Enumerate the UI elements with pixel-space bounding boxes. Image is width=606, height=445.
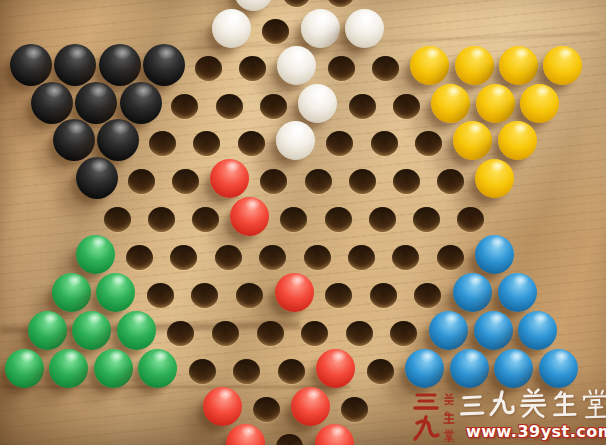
watermark-url: www.39yst.com [466,422,606,441]
marble-blue[interactable] [494,349,533,388]
board-hole[interactable] [346,321,373,346]
marble-white[interactable] [212,9,251,48]
marble-green[interactable] [52,273,91,312]
board-hole[interactable] [259,245,286,270]
marble-blue[interactable] [429,311,468,350]
board-hole[interactable] [262,19,289,44]
marble-black[interactable] [54,44,96,86]
board-hole[interactable] [437,169,464,194]
brand-char-jiu-icon [487,386,516,421]
marble-yellow[interactable] [431,84,470,123]
board-hole[interactable] [283,0,310,7]
board-hole[interactable] [236,283,263,308]
chinese-checkers-photo: 三九 养生堂 三九养生堂 [0,0,606,445]
board-hole[interactable] [325,207,352,232]
board-hole[interactable] [260,169,287,194]
board-hole[interactable] [341,397,368,422]
marble-black[interactable] [143,44,185,86]
board-hole[interactable] [148,207,175,232]
seal-main-text: 三九 [411,390,412,391]
marble-green[interactable] [117,311,156,350]
board-hole[interactable] [167,321,194,346]
brand-char-san-icon [459,392,485,418]
board-hole[interactable] [413,207,440,232]
board-hole[interactable] [128,169,155,194]
marble-green[interactable] [96,273,135,312]
marble-white[interactable] [234,0,273,11]
board-hole[interactable] [170,245,197,270]
marble-blue[interactable] [450,349,489,388]
board-hole[interactable] [326,131,353,156]
brand-char-tang-icon [580,385,606,423]
board-hole[interactable] [371,131,398,156]
board-hole[interactable] [437,245,464,270]
marble-black[interactable] [120,82,162,124]
board-hole[interactable] [126,245,153,270]
board-hole[interactable] [415,131,442,156]
board-hole[interactable] [301,321,328,346]
board-hole[interactable] [349,169,376,194]
marble-blue[interactable] [539,349,578,388]
board-hole[interactable] [212,321,239,346]
marble-white[interactable] [345,9,384,48]
board-hole[interactable] [189,359,216,384]
board-hole[interactable] [370,283,397,308]
seal-char-sheng-icon [443,411,455,424]
marble-yellow[interactable] [475,159,514,198]
marble-white[interactable] [298,84,337,123]
board-hole[interactable] [305,169,332,194]
board-hole[interactable] [192,207,219,232]
marble-green[interactable] [94,349,133,388]
board-hole[interactable] [327,0,354,7]
marble-white[interactable] [276,121,315,160]
marble-yellow[interactable] [410,46,449,85]
marble-blue[interactable] [453,273,492,312]
marble-blue[interactable] [498,273,537,312]
board-hole[interactable] [260,94,287,119]
board-hole[interactable] [372,56,399,81]
board-hole[interactable] [239,56,266,81]
seal-char-yang-icon [443,392,455,405]
marble-yellow[interactable] [543,46,582,85]
seal-side-text: 养生堂 [411,390,412,391]
board-hole[interactable] [215,245,242,270]
marble-green[interactable] [49,349,88,388]
board-hole[interactable] [172,169,199,194]
marble-black[interactable] [99,44,141,86]
marble-red[interactable] [230,197,269,236]
marble-black[interactable] [76,157,118,199]
board-hole[interactable] [390,321,417,346]
board-hole[interactable] [191,283,218,308]
board-hole[interactable] [392,245,419,270]
board-hole[interactable] [457,207,484,232]
board-hole[interactable] [393,94,420,119]
board-hole[interactable] [104,207,131,232]
marble-green[interactable] [28,311,67,350]
marble-green[interactable] [5,349,44,388]
seal-char-tang-icon [443,429,455,442]
marble-yellow[interactable] [498,121,537,160]
board-hole[interactable] [216,94,243,119]
marble-green[interactable] [72,311,111,350]
marble-white[interactable] [277,46,316,85]
marble-red[interactable] [316,349,355,388]
board-hole[interactable] [253,397,280,422]
marble-red[interactable] [275,273,314,312]
marble-yellow[interactable] [453,121,492,160]
marble-black[interactable] [10,44,52,86]
board-hole[interactable] [233,359,260,384]
marble-blue[interactable] [474,311,513,350]
board-hole[interactable] [149,131,176,156]
watermark-seal: 三九 养生堂 [411,390,459,442]
board-hole[interactable] [369,207,396,232]
board-hole[interactable] [147,283,174,308]
board-hole[interactable] [238,131,265,156]
marble-black[interactable] [53,119,95,161]
marble-blue[interactable] [405,349,444,388]
seal-39-glyph-icon [411,390,441,442]
marble-red[interactable] [291,387,330,426]
board-hole[interactable] [171,94,198,119]
marble-green[interactable] [138,349,177,388]
watermark-brand: 三九养生堂 [459,384,606,423]
marble-black[interactable] [31,82,73,124]
board-hole[interactable] [195,56,222,81]
seal-side-column [443,390,455,442]
marble-black[interactable] [97,119,139,161]
board-hole[interactable] [393,169,420,194]
board-hole[interactable] [276,434,303,445]
board-hole[interactable] [304,245,331,270]
board-hole[interactable] [414,283,441,308]
marble-yellow[interactable] [455,46,494,85]
board-hole[interactable] [328,56,355,81]
board-hole[interactable] [278,359,305,384]
board-hole[interactable] [325,283,352,308]
marble-red[interactable] [315,424,354,445]
marble-yellow[interactable] [476,84,515,123]
marble-green[interactable] [76,235,115,274]
brand-char-yang-icon [518,384,548,422]
marble-black[interactable] [75,82,117,124]
brand-text: 三九养生堂 [459,422,460,423]
wood-plank-seam [0,386,350,388]
board-hole[interactable] [280,207,307,232]
marble-blue[interactable] [475,235,514,274]
marble-yellow[interactable] [499,46,538,85]
board-hole[interactable] [193,131,220,156]
brand-char-sheng-icon [550,386,578,422]
marble-white[interactable] [301,9,340,48]
board-hole[interactable] [367,359,394,384]
marble-red[interactable] [210,159,249,198]
board-hole[interactable] [348,245,375,270]
marble-red[interactable] [203,387,242,426]
marble-red[interactable] [226,424,265,445]
board-hole[interactable] [349,94,376,119]
marble-yellow[interactable] [520,84,559,123]
board-hole[interactable] [257,321,284,346]
marble-blue[interactable] [518,311,557,350]
